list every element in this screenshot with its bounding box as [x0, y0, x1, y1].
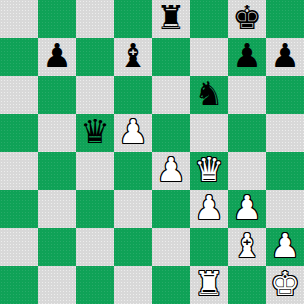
square-f8[interactable] — [190, 0, 228, 38]
black-knight-f6[interactable]: ♞ — [194, 75, 224, 113]
square-g2[interactable]: ♝ — [228, 228, 266, 266]
square-b8[interactable] — [38, 0, 76, 38]
square-d2[interactable] — [114, 228, 152, 266]
square-f3[interactable]: ♟ — [190, 190, 228, 228]
square-h8[interactable] — [266, 0, 304, 38]
black-pawn-h7[interactable]: ♟ — [270, 37, 300, 75]
black-queen-c5[interactable]: ♛ — [80, 113, 110, 151]
white-queen-f4[interactable]: ♛ — [194, 151, 224, 189]
chess-board: ♜♚♟♝♟♟♞♛♟♟♛♟♟♝♟♜♚ — [0, 0, 304, 304]
white-bishop-g2[interactable]: ♝ — [232, 227, 262, 265]
square-f6[interactable]: ♞ — [190, 76, 228, 114]
square-g5[interactable] — [228, 114, 266, 152]
square-c1[interactable] — [76, 266, 114, 304]
square-c6[interactable] — [76, 76, 114, 114]
square-b3[interactable] — [38, 190, 76, 228]
square-f2[interactable] — [190, 228, 228, 266]
square-c2[interactable] — [76, 228, 114, 266]
black-bishop-d7[interactable]: ♝ — [118, 37, 148, 75]
square-e4[interactable]: ♟ — [152, 152, 190, 190]
square-h3[interactable] — [266, 190, 304, 228]
square-g1[interactable] — [228, 266, 266, 304]
square-d3[interactable] — [114, 190, 152, 228]
square-c7[interactable] — [76, 38, 114, 76]
square-e3[interactable] — [152, 190, 190, 228]
square-f1[interactable]: ♜ — [190, 266, 228, 304]
square-b1[interactable] — [38, 266, 76, 304]
white-pawn-e4[interactable]: ♟ — [156, 151, 186, 189]
square-a3[interactable] — [0, 190, 38, 228]
square-f7[interactable] — [190, 38, 228, 76]
square-b2[interactable] — [38, 228, 76, 266]
square-a2[interactable] — [0, 228, 38, 266]
square-a7[interactable] — [0, 38, 38, 76]
square-d1[interactable] — [114, 266, 152, 304]
white-pawn-g3[interactable]: ♟ — [232, 189, 262, 227]
square-e5[interactable] — [152, 114, 190, 152]
square-e7[interactable] — [152, 38, 190, 76]
square-c5[interactable]: ♛ — [76, 114, 114, 152]
black-pawn-g7[interactable]: ♟ — [232, 37, 262, 75]
square-d5[interactable]: ♟ — [114, 114, 152, 152]
square-a5[interactable] — [0, 114, 38, 152]
square-a8[interactable] — [0, 0, 38, 38]
black-pawn-b7[interactable]: ♟ — [42, 37, 72, 75]
square-h4[interactable] — [266, 152, 304, 190]
square-b4[interactable] — [38, 152, 76, 190]
black-rook-e8[interactable]: ♜ — [156, 0, 186, 37]
square-g8[interactable]: ♚ — [228, 0, 266, 38]
square-c3[interactable] — [76, 190, 114, 228]
square-b7[interactable]: ♟ — [38, 38, 76, 76]
square-d8[interactable] — [114, 0, 152, 38]
square-d4[interactable] — [114, 152, 152, 190]
square-e6[interactable] — [152, 76, 190, 114]
square-b6[interactable] — [38, 76, 76, 114]
square-a1[interactable] — [0, 266, 38, 304]
square-b5[interactable] — [38, 114, 76, 152]
square-h1[interactable]: ♚ — [266, 266, 304, 304]
white-rook-f1[interactable]: ♜ — [194, 265, 224, 303]
square-e2[interactable] — [152, 228, 190, 266]
square-g7[interactable]: ♟ — [228, 38, 266, 76]
square-h6[interactable] — [266, 76, 304, 114]
square-h5[interactable] — [266, 114, 304, 152]
white-pawn-d5[interactable]: ♟ — [118, 113, 148, 151]
square-g3[interactable]: ♟ — [228, 190, 266, 228]
square-h2[interactable]: ♟ — [266, 228, 304, 266]
square-a6[interactable] — [0, 76, 38, 114]
square-d7[interactable]: ♝ — [114, 38, 152, 76]
square-e8[interactable]: ♜ — [152, 0, 190, 38]
square-c8[interactable] — [76, 0, 114, 38]
square-e1[interactable] — [152, 266, 190, 304]
square-g4[interactable] — [228, 152, 266, 190]
square-c4[interactable] — [76, 152, 114, 190]
square-f5[interactable] — [190, 114, 228, 152]
square-a4[interactable] — [0, 152, 38, 190]
square-f4[interactable]: ♛ — [190, 152, 228, 190]
white-pawn-h2[interactable]: ♟ — [270, 227, 300, 265]
white-king-h1[interactable]: ♚ — [270, 265, 300, 303]
white-pawn-f3[interactable]: ♟ — [194, 189, 224, 227]
square-d6[interactable] — [114, 76, 152, 114]
black-king-g8[interactable]: ♚ — [232, 0, 262, 37]
square-h7[interactable]: ♟ — [266, 38, 304, 76]
square-g6[interactable] — [228, 76, 266, 114]
